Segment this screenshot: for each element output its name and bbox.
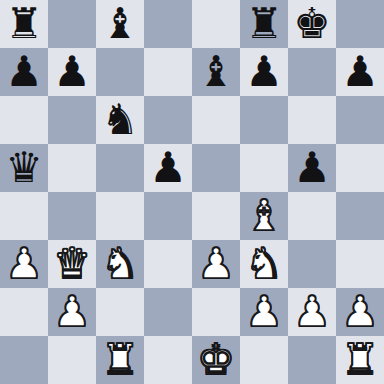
square-b4[interactable] — [48, 192, 96, 240]
square-h2[interactable]: ♟ — [336, 288, 384, 336]
square-b3[interactable]: ♛ — [48, 240, 96, 288]
square-a7[interactable]: ♟ — [0, 48, 48, 96]
piece-white-knight[interactable]: ♞ — [101, 240, 139, 288]
square-e7[interactable]: ♝ — [192, 48, 240, 96]
square-b7[interactable]: ♟ — [48, 48, 96, 96]
square-b2[interactable]: ♟ — [48, 288, 96, 336]
square-g8[interactable]: ♚ — [288, 0, 336, 48]
square-c3[interactable]: ♞ — [96, 240, 144, 288]
square-e1[interactable]: ♚ — [192, 336, 240, 384]
square-c6[interactable]: ♞ — [96, 96, 144, 144]
square-d2[interactable] — [144, 288, 192, 336]
square-f8[interactable]: ♜ — [240, 0, 288, 48]
square-g1[interactable] — [288, 336, 336, 384]
square-f7[interactable]: ♟ — [240, 48, 288, 96]
square-f1[interactable] — [240, 336, 288, 384]
square-d8[interactable] — [144, 0, 192, 48]
piece-black-queen[interactable]: ♛ — [5, 144, 43, 192]
square-b1[interactable] — [48, 336, 96, 384]
piece-white-king[interactable]: ♚ — [197, 336, 235, 384]
piece-black-king[interactable]: ♚ — [293, 0, 331, 48]
piece-white-queen[interactable]: ♛ — [53, 240, 91, 288]
square-d4[interactable] — [144, 192, 192, 240]
square-f4[interactable]: ♝ — [240, 192, 288, 240]
square-g6[interactable] — [288, 96, 336, 144]
square-c1[interactable]: ♜ — [96, 336, 144, 384]
piece-white-pawn[interactable]: ♟ — [245, 288, 283, 336]
square-a2[interactable] — [0, 288, 48, 336]
square-a1[interactable] — [0, 336, 48, 384]
square-h3[interactable] — [336, 240, 384, 288]
piece-white-bishop[interactable]: ♝ — [245, 192, 283, 240]
square-c7[interactable] — [96, 48, 144, 96]
piece-white-pawn[interactable]: ♟ — [5, 240, 43, 288]
piece-white-knight[interactable]: ♞ — [245, 240, 283, 288]
piece-black-pawn[interactable]: ♟ — [293, 144, 331, 192]
square-c4[interactable] — [96, 192, 144, 240]
square-e2[interactable] — [192, 288, 240, 336]
square-e3[interactable]: ♟ — [192, 240, 240, 288]
piece-white-pawn[interactable]: ♟ — [197, 240, 235, 288]
square-c2[interactable] — [96, 288, 144, 336]
piece-black-pawn[interactable]: ♟ — [245, 48, 283, 96]
square-b8[interactable] — [48, 0, 96, 48]
piece-black-pawn[interactable]: ♟ — [149, 144, 187, 192]
square-h7[interactable]: ♟ — [336, 48, 384, 96]
square-f6[interactable] — [240, 96, 288, 144]
piece-white-pawn[interactable]: ♟ — [341, 288, 379, 336]
piece-black-pawn[interactable]: ♟ — [53, 48, 91, 96]
square-d7[interactable] — [144, 48, 192, 96]
square-e4[interactable] — [192, 192, 240, 240]
square-a6[interactable] — [0, 96, 48, 144]
square-d6[interactable] — [144, 96, 192, 144]
square-g4[interactable] — [288, 192, 336, 240]
square-c5[interactable] — [96, 144, 144, 192]
square-f2[interactable]: ♟ — [240, 288, 288, 336]
square-b6[interactable] — [48, 96, 96, 144]
square-b5[interactable] — [48, 144, 96, 192]
piece-black-pawn[interactable]: ♟ — [5, 48, 43, 96]
square-e5[interactable] — [192, 144, 240, 192]
piece-black-knight[interactable]: ♞ — [101, 96, 139, 144]
square-h8[interactable] — [336, 0, 384, 48]
square-f5[interactable] — [240, 144, 288, 192]
square-h6[interactable] — [336, 96, 384, 144]
chess-board: ♜♝♜♚♟♟♝♟♟♞♛♟♟♝♟♛♞♟♞♟♟♟♟♜♚♜ — [0, 0, 384, 384]
piece-black-rook[interactable]: ♜ — [245, 0, 283, 48]
square-e8[interactable] — [192, 0, 240, 48]
square-c8[interactable]: ♝ — [96, 0, 144, 48]
square-h5[interactable] — [336, 144, 384, 192]
piece-black-rook[interactable]: ♜ — [5, 0, 43, 48]
square-a8[interactable]: ♜ — [0, 0, 48, 48]
square-g7[interactable] — [288, 48, 336, 96]
piece-white-rook[interactable]: ♜ — [101, 336, 139, 384]
square-a3[interactable]: ♟ — [0, 240, 48, 288]
square-h4[interactable] — [336, 192, 384, 240]
piece-white-pawn[interactable]: ♟ — [293, 288, 331, 336]
piece-black-bishop[interactable]: ♝ — [101, 0, 139, 48]
piece-white-rook[interactable]: ♜ — [341, 336, 379, 384]
square-g2[interactable]: ♟ — [288, 288, 336, 336]
square-e6[interactable] — [192, 96, 240, 144]
square-a5[interactable]: ♛ — [0, 144, 48, 192]
piece-white-pawn[interactable]: ♟ — [53, 288, 91, 336]
square-h1[interactable]: ♜ — [336, 336, 384, 384]
piece-black-pawn[interactable]: ♟ — [341, 48, 379, 96]
square-g5[interactable]: ♟ — [288, 144, 336, 192]
square-f3[interactable]: ♞ — [240, 240, 288, 288]
square-g3[interactable] — [288, 240, 336, 288]
square-a4[interactable] — [0, 192, 48, 240]
square-d3[interactable] — [144, 240, 192, 288]
square-d5[interactable]: ♟ — [144, 144, 192, 192]
piece-black-bishop[interactable]: ♝ — [197, 48, 235, 96]
square-d1[interactable] — [144, 336, 192, 384]
